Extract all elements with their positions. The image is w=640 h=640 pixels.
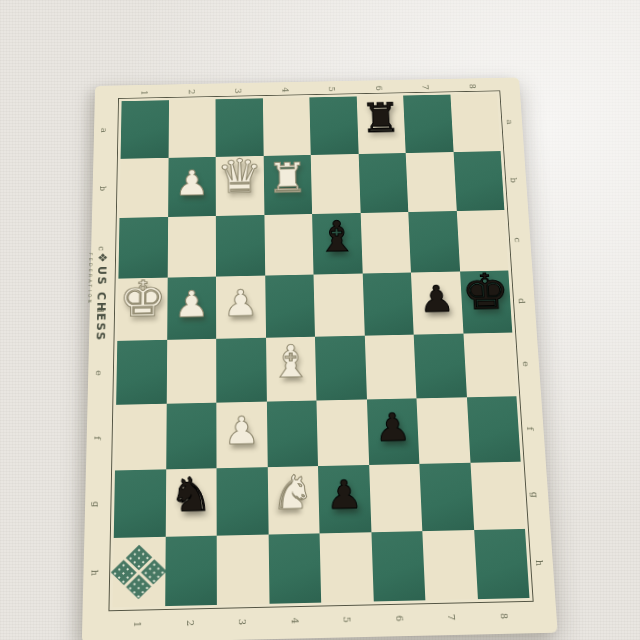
square-a8[interactable]	[450, 94, 501, 152]
square-d5[interactable]	[314, 274, 365, 337]
square-c4[interactable]	[264, 214, 314, 276]
square-a5[interactable]	[309, 96, 358, 154]
square-e8[interactable]	[463, 333, 516, 398]
square-h1[interactable]	[112, 537, 165, 607]
square-d6[interactable]	[362, 273, 413, 336]
black-pawn-d7[interactable]: ♟	[418, 281, 455, 318]
square-c5[interactable]: ♝	[312, 213, 362, 275]
square-g3[interactable]	[217, 467, 269, 536]
square-a1[interactable]	[121, 100, 169, 159]
black-knight-g2[interactable]: ♞	[169, 471, 213, 519]
square-d2[interactable]: ♟	[167, 277, 216, 340]
white-bishop-e4[interactable]: ♝	[269, 339, 312, 384]
square-b8[interactable]	[453, 151, 504, 211]
square-e1[interactable]	[116, 340, 167, 405]
square-d1[interactable]: ♚	[117, 278, 167, 341]
square-h3[interactable]	[217, 535, 269, 605]
black-pawn-g5[interactable]: ♟	[325, 475, 363, 515]
white-knight-g4[interactable]: ♞	[271, 469, 315, 517]
square-c6[interactable]	[360, 212, 411, 274]
square-g5[interactable]: ♟	[318, 465, 371, 533]
square-e7[interactable]	[414, 334, 467, 399]
white-queen-b3[interactable]: ♛	[216, 152, 263, 200]
white-pawn-d2[interactable]: ♟	[174, 286, 209, 323]
square-d3[interactable]: ♟	[216, 276, 266, 339]
white-rook-b4[interactable]: ♜	[267, 157, 309, 199]
square-h7[interactable]	[422, 530, 477, 600]
square-g1[interactable]	[114, 469, 166, 538]
square-d8[interactable]: ♚	[460, 270, 513, 333]
white-pawn-b2[interactable]: ♟	[175, 166, 209, 201]
square-h4[interactable]	[268, 533, 321, 603]
square-b3[interactable]: ♛	[216, 156, 264, 216]
square-g7[interactable]	[419, 463, 473, 531]
black-bishop-c5[interactable]: ♝	[316, 216, 358, 259]
square-e5[interactable]	[315, 336, 367, 401]
square-b2[interactable]: ♟	[168, 157, 216, 217]
square-b5[interactable]	[311, 154, 360, 214]
vinyl-chess-mat: 12345678 12345678 abcdefgh abcdefgh ♜♟♛♜…	[82, 77, 558, 640]
square-a2[interactable]	[168, 99, 216, 158]
square-g6[interactable]	[369, 464, 423, 532]
square-a7[interactable]	[403, 95, 453, 153]
square-e3[interactable]	[216, 338, 266, 403]
us-chess-brand: ❖US CHESS FEDERATION	[95, 252, 115, 382]
white-pawn-d3[interactable]: ♟	[223, 285, 258, 322]
square-a6[interactable]: ♜	[356, 96, 405, 154]
square-f7[interactable]	[416, 397, 470, 464]
square-e2[interactable]	[166, 339, 216, 404]
photo-scene: 12345678 12345678 abcdefgh abcdefgh ♜♟♛♜…	[0, 0, 640, 640]
square-a4[interactable]	[262, 97, 310, 156]
brand-name: US CHESS	[94, 266, 110, 342]
bottom-rank-labels: 12345678	[112, 605, 531, 636]
square-c2[interactable]	[167, 216, 216, 278]
square-d4[interactable]	[265, 275, 315, 338]
black-king-d8[interactable]: ♚	[460, 267, 510, 317]
square-d7[interactable]: ♟	[411, 272, 463, 335]
square-b1[interactable]	[119, 158, 168, 218]
white-pawn-f3[interactable]: ♟	[223, 412, 259, 451]
square-h8[interactable]	[474, 529, 530, 599]
square-b6[interactable]	[358, 153, 408, 213]
square-b7[interactable]	[406, 152, 457, 212]
square-c7[interactable]	[408, 211, 459, 272]
square-e6[interactable]	[364, 335, 416, 400]
us-chess-corner-logo	[111, 545, 167, 599]
square-f2[interactable]	[166, 403, 217, 470]
square-h5[interactable]	[320, 532, 374, 602]
square-c3[interactable]	[216, 215, 265, 277]
square-f1[interactable]	[115, 404, 166, 471]
chess-board: ♜♟♛♜♝♚♟♟♟♚♝♟♟♞♞♟	[112, 94, 529, 608]
square-b4[interactable]: ♜	[263, 155, 312, 215]
square-g8[interactable]	[470, 462, 525, 530]
square-f6[interactable]: ♟	[366, 398, 419, 465]
brand-subtitle: FEDERATION	[86, 253, 94, 342]
square-e4[interactable]: ♝	[266, 337, 317, 402]
square-f5[interactable]	[316, 399, 368, 466]
square-h6[interactable]	[371, 531, 425, 601]
us-chess-logo-icon: ❖	[96, 252, 110, 262]
square-f3[interactable]: ♟	[216, 402, 267, 469]
black-rook-a6[interactable]: ♜	[360, 98, 402, 139]
square-h2[interactable]	[165, 536, 217, 606]
square-g4[interactable]: ♞	[267, 466, 319, 534]
square-g2[interactable]: ♞	[165, 468, 216, 537]
white-king-d1[interactable]: ♚	[118, 274, 166, 324]
black-pawn-f6[interactable]: ♟	[374, 408, 412, 447]
square-f8[interactable]	[466, 396, 520, 463]
square-f4[interactable]	[266, 401, 318, 468]
